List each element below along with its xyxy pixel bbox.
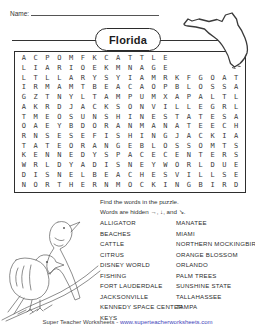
grid-cell[interactable]: N — [124, 161, 136, 171]
grid-cell[interactable]: E — [42, 112, 54, 122]
grid-cell[interactable]: L — [18, 64, 30, 74]
grid-cell[interactable]: E — [207, 151, 219, 161]
grid-cell[interactable]: O — [159, 141, 171, 151]
grid-cell[interactable]: D — [77, 151, 89, 161]
grid-cell[interactable]: A — [183, 112, 195, 122]
grid-cell[interactable]: N — [183, 151, 195, 161]
grid-cell[interactable]: K — [30, 103, 42, 113]
grid-cell[interactable]: O — [148, 83, 160, 93]
grid-cell[interactable]: N — [42, 151, 54, 161]
grid-cell[interactable]: T — [195, 112, 207, 122]
grid-cell[interactable]: C — [218, 122, 230, 132]
word-list-item: ALLIGATOR — [100, 218, 174, 229]
grid-cell[interactable]: E — [136, 161, 148, 171]
grid-cell[interactable]: A — [195, 93, 207, 103]
grid-cell[interactable]: O — [77, 64, 89, 74]
grid-cell[interactable]: A — [136, 83, 148, 93]
grid-cell[interactable]: E — [230, 171, 242, 181]
word-list-item: FORT LAUDERDALE — [100, 281, 174, 292]
grid-cell[interactable]: I — [101, 132, 113, 142]
grid-cell[interactable]: M — [65, 83, 77, 93]
puzzle-title-text: Florida — [109, 34, 147, 46]
grid-cell[interactable]: G — [112, 141, 124, 151]
grid-cell[interactable]: L — [148, 54, 160, 64]
grid-cell[interactable]: M — [112, 93, 124, 103]
grid-cell[interactable]: M — [207, 141, 219, 151]
footer-url[interactable]: www.superteacherworksheets.com — [120, 319, 213, 325]
grid-cell[interactable]: N — [89, 112, 101, 122]
name-blank-line[interactable] — [31, 9, 159, 16]
grid-cell[interactable]: A — [101, 93, 113, 103]
name-row: Name: — [10, 9, 159, 17]
grid-cell[interactable]: L — [230, 93, 242, 103]
grid-cell[interactable]: F — [183, 73, 195, 83]
grid-cell[interactable]: T — [183, 122, 195, 132]
grid-cell[interactable]: E — [171, 151, 183, 161]
word-list-item: CATTLE — [100, 239, 174, 250]
grid-cell[interactable]: F — [89, 132, 101, 142]
grid-cell[interactable]: B — [136, 141, 148, 151]
grid-cell[interactable]: E — [230, 161, 242, 171]
grid-cell[interactable]: E — [101, 83, 113, 93]
grid-cell[interactable]: R — [30, 83, 42, 93]
grid-cell[interactable]: L — [230, 103, 242, 113]
grid-cell[interactable]: S — [101, 73, 113, 83]
grid-cell[interactable]: K — [89, 54, 101, 64]
word-list-item: ORANGE BLOSSOM — [176, 250, 254, 261]
grid-cell[interactable]: A — [148, 122, 160, 132]
grid-cell[interactable]: S — [65, 132, 77, 142]
grid-cell[interactable]: E — [77, 180, 89, 190]
grid-cell[interactable]: T — [218, 93, 230, 103]
grid-cell[interactable]: T — [218, 141, 230, 151]
grid-cell[interactable]: T — [89, 93, 101, 103]
grid-cell[interactable]: T — [18, 141, 30, 151]
worksheet-page: Name: Florida ACPOMFKCATTLELIARIOEKMNAGE… — [0, 0, 255, 330]
grid-cell[interactable]: P — [159, 83, 171, 93]
grid-cell[interactable]: S — [159, 112, 171, 122]
grid-cell[interactable]: K — [207, 132, 219, 142]
grid-cell[interactable]: L — [207, 93, 219, 103]
word-list-item: CITRUS — [100, 250, 174, 261]
grid-cell[interactable]: R — [218, 151, 230, 161]
grid-cell[interactable]: Y — [53, 122, 65, 132]
grid-cell[interactable]: Y — [112, 73, 124, 83]
grid-cell[interactable]: N — [53, 171, 65, 181]
grid-cell[interactable]: P — [112, 151, 124, 161]
word-search-grid[interactable]: ACPOMFKCATTLELIARIOEKMNAGELTLLARYSYIAMRK… — [14, 51, 246, 193]
grid-cell[interactable]: K — [171, 73, 183, 83]
grid-cell[interactable]: R — [42, 103, 54, 113]
grid-cell[interactable]: R — [218, 103, 230, 113]
grid-cell[interactable]: V — [148, 103, 160, 113]
grid-cell[interactable]: R — [101, 122, 113, 132]
grid-cell[interactable]: T — [136, 54, 148, 64]
grid-cell[interactable]: C — [159, 151, 171, 161]
grid-cell[interactable]: S — [42, 132, 54, 142]
grid-cell[interactable]: D — [77, 122, 89, 132]
grid-cell[interactable]: Y — [65, 93, 77, 103]
grid-cell[interactable]: F — [77, 54, 89, 64]
grid-cell[interactable]: O — [124, 103, 136, 113]
instructions: Find the words in the puzzle. Words are … — [100, 197, 186, 216]
grid-cell[interactable]: D — [207, 161, 219, 171]
grid-cell[interactable]: S — [171, 141, 183, 151]
grid-cell[interactable]: E — [89, 64, 101, 74]
grid-cell[interactable]: L — [207, 171, 219, 181]
grid-cell[interactable]: A — [171, 122, 183, 132]
grid-cell[interactable]: D — [53, 161, 65, 171]
grid-cell[interactable]: Z — [30, 93, 42, 103]
grid-cell[interactable]: M — [42, 83, 54, 93]
grid-cell[interactable]: D — [18, 171, 30, 181]
grid-cell[interactable]: A — [183, 132, 195, 142]
grid-cell[interactable]: A — [30, 122, 42, 132]
grid-cell[interactable]: I — [218, 132, 230, 142]
instructions-line2: Words are hidden →, ↓, and ↘. — [100, 207, 186, 217]
grid-cell[interactable]: T — [42, 141, 54, 151]
grid-cell[interactable]: I — [159, 180, 171, 190]
grid-cell[interactable]: O — [171, 161, 183, 171]
grid-cell[interactable]: S — [183, 141, 195, 151]
grid-cell[interactable]: C — [124, 171, 136, 181]
grid-cell[interactable]: Y — [89, 73, 101, 83]
grid-cell[interactable]: E — [195, 122, 207, 132]
grid-cell[interactable]: N — [136, 112, 148, 122]
name-label: Name: — [10, 10, 29, 17]
grid-cell[interactable]: P — [183, 93, 195, 103]
grid-cell[interactable]: E — [148, 151, 160, 161]
grid-cell[interactable]: S — [218, 171, 230, 181]
grid-cell[interactable]: L — [42, 161, 54, 171]
grid-cell[interactable]: S — [42, 171, 54, 181]
grid-cell[interactable]: E — [159, 54, 171, 64]
grid-cell[interactable]: N — [53, 93, 65, 103]
grid-cell[interactable]: P — [124, 93, 136, 103]
grid-cell[interactable]: A — [53, 83, 65, 93]
grid-cell[interactable]: A — [136, 73, 148, 83]
grid-cell[interactable]: N — [53, 151, 65, 161]
word-list-item: NORTHERN MOCKINGBIRD — [176, 239, 254, 250]
grid-cell[interactable]: A — [230, 83, 242, 93]
grid-cell[interactable]: A — [112, 83, 124, 93]
grid-cell[interactable]: B — [195, 180, 207, 190]
grid-cell[interactable]: H — [136, 171, 148, 181]
grid-cell[interactable]: U — [218, 161, 230, 171]
word-list-item: DISNEY WORLD — [100, 260, 174, 271]
grid-cell[interactable]: L — [42, 73, 54, 83]
grid-cell[interactable]: A — [136, 64, 148, 74]
grid-cell[interactable]: O — [18, 122, 30, 132]
grid-cell[interactable]: M — [148, 93, 160, 103]
grid-cell[interactable]: W — [159, 161, 171, 171]
grid-cell[interactable]: A — [89, 141, 101, 151]
grid-cell[interactable]: R — [30, 161, 42, 171]
grid-cell[interactable]: S — [101, 151, 113, 161]
grid-cell[interactable]: C — [136, 180, 148, 190]
grid-cell[interactable]: D — [89, 161, 101, 171]
grid-cell[interactable]: R — [42, 180, 54, 190]
grid-cell[interactable]: T — [124, 54, 136, 64]
grid-cell[interactable]: N — [148, 132, 160, 142]
grid-cell[interactable]: S — [230, 151, 242, 161]
grid-cell[interactable]: N — [101, 141, 113, 151]
grid-cell[interactable]: L — [77, 171, 89, 181]
grid-cell[interactable]: A — [112, 54, 124, 64]
grid-cell[interactable]: A — [77, 161, 89, 171]
grid-cell[interactable]: M — [112, 180, 124, 190]
grid-cell[interactable]: B — [89, 171, 101, 181]
grid-cell[interactable]: S — [218, 112, 230, 122]
grid-cell[interactable]: M — [148, 73, 160, 83]
grid-cell[interactable]: A — [30, 141, 42, 151]
grid-cell[interactable]: S — [112, 103, 124, 113]
grid-cell[interactable]: O — [30, 180, 42, 190]
grid-cell[interactable]: U — [77, 112, 89, 122]
grid-cell[interactable]: A — [42, 64, 54, 74]
grid-cell[interactable]: I — [124, 112, 136, 122]
grid-cell[interactable]: E — [195, 103, 207, 113]
grid-cell[interactable]: A — [124, 151, 136, 161]
grid-cell[interactable]: R — [77, 73, 89, 83]
grid-cell[interactable]: S — [207, 83, 219, 93]
grid-cell[interactable]: H — [112, 112, 124, 122]
grid-cell[interactable]: L — [183, 103, 195, 113]
grid-cell[interactable]: N — [136, 103, 148, 113]
grid-cell[interactable]: E — [42, 122, 54, 132]
grid-cell[interactable]: H — [124, 132, 136, 142]
grid-cell[interactable]: M — [65, 54, 77, 64]
grid-cell[interactable]: L — [148, 141, 160, 151]
grid-cell[interactable]: Y — [89, 151, 101, 161]
grid-cell[interactable]: A — [230, 112, 242, 122]
grid-cell[interactable]: D — [230, 180, 242, 190]
grid-cell[interactable]: R — [53, 64, 65, 74]
grid-cell[interactable]: T — [195, 151, 207, 161]
grid-cell[interactable]: L — [18, 73, 30, 83]
grid-cell[interactable]: E — [159, 64, 171, 74]
grid-cell[interactable]: J — [171, 132, 183, 142]
grid-cell[interactable]: R — [18, 132, 30, 142]
grid-cell[interactable]: E — [124, 141, 136, 151]
grid-cell[interactable]: X — [159, 93, 171, 103]
mockingbird-illustration-icon — [0, 208, 106, 322]
grid-cell[interactable]: Y — [65, 161, 77, 171]
grid-cell[interactable]: A — [112, 171, 124, 181]
grid-cell[interactable]: T — [18, 112, 30, 122]
grid-cell[interactable]: T — [53, 180, 65, 190]
grid-cell[interactable]: C — [136, 151, 148, 161]
grid-cell[interactable]: U — [136, 93, 148, 103]
grid-cell[interactable]: A — [218, 73, 230, 83]
grid-cell[interactable]: B — [171, 83, 183, 93]
grid-cell[interactable]: K — [18, 151, 30, 161]
grid-cell[interactable]: I — [136, 132, 148, 142]
grid-cell[interactable]: S — [218, 83, 230, 93]
grid-cell[interactable]: C — [195, 132, 207, 142]
grid-cell[interactable]: H — [65, 180, 77, 190]
grid-cell[interactable]: I — [183, 171, 195, 181]
grid-cell[interactable]: J — [65, 103, 77, 113]
grid-cell[interactable]: B — [89, 83, 101, 93]
puzzle-title: Florida — [95, 28, 161, 51]
grid-cell[interactable]: E — [77, 132, 89, 142]
grid-cell[interactable]: O — [124, 180, 136, 190]
grid-cell[interactable]: O — [207, 73, 219, 83]
grid-cell[interactable]: I — [65, 64, 77, 74]
grid-cell[interactable]: N — [124, 122, 136, 132]
grid-cell[interactable]: E — [53, 132, 65, 142]
grid-cell[interactable]: R — [218, 180, 230, 190]
grid-cell[interactable]: O — [53, 112, 65, 122]
word-list-column-2: MANATEEMIAMINORTHERN MOCKINGBIRDORANGE B… — [176, 218, 254, 313]
word-list-item: SUNSHINE STATE — [176, 281, 254, 292]
grid-cell[interactable]: K — [101, 64, 113, 74]
grid-cell[interactable]: A — [77, 103, 89, 113]
grid-cell[interactable]: H — [230, 122, 242, 132]
grid-cell[interactable]: E — [148, 171, 160, 181]
grid-cell[interactable]: A — [18, 103, 30, 113]
grid-cell[interactable]: I — [207, 180, 219, 190]
grid-cell[interactable]: A — [230, 132, 242, 142]
florida-map-icon — [182, 11, 254, 69]
grid-cell[interactable]: T — [42, 93, 54, 103]
grid-cell[interactable]: E — [53, 141, 65, 151]
grid-cell[interactable]: B — [65, 122, 77, 132]
grid-cell[interactable]: O — [195, 83, 207, 93]
grid-cell[interactable]: E — [65, 171, 77, 181]
grid-cell[interactable]: E — [207, 112, 219, 122]
grid-cell[interactable]: N — [101, 180, 113, 190]
grid-cell[interactable]: G — [183, 180, 195, 190]
grid-cell[interactable]: E — [207, 122, 219, 132]
grid-cell[interactable]: E — [65, 151, 77, 161]
grid-cell[interactable]: N — [159, 122, 171, 132]
grid-cell[interactable]: C — [124, 83, 136, 93]
grid-cell[interactable]: S — [112, 132, 124, 142]
grid-cell[interactable]: K — [101, 103, 113, 113]
grid-cell[interactable]: O — [53, 54, 65, 64]
grid-cell[interactable]: D — [53, 103, 65, 113]
word-list-item: TALLAHASSEE — [176, 292, 254, 303]
grid-cell[interactable]: O — [89, 122, 101, 132]
grid-cell[interactable]: K — [148, 180, 160, 190]
grid-cell[interactable]: A — [18, 54, 30, 64]
grid-cell[interactable]: W — [18, 161, 30, 171]
grid-cell[interactable]: L — [183, 83, 195, 93]
grid-cell[interactable]: I — [18, 83, 30, 93]
grid-cell[interactable]: N — [124, 64, 136, 74]
grid-cell[interactable]: G — [207, 103, 219, 113]
grid-cell[interactable]: P — [42, 54, 54, 64]
grid-cell[interactable]: R — [77, 141, 89, 151]
grid-cell[interactable]: S — [112, 161, 124, 171]
grid-cell[interactable]: E — [30, 151, 42, 161]
grid-cell[interactable]: A — [65, 73, 77, 83]
grid-cell[interactable]: N — [18, 180, 30, 190]
grid-cell[interactable]: S — [230, 141, 242, 151]
grid-cell[interactable]: I — [30, 64, 42, 74]
grid-cell[interactable]: L — [77, 93, 89, 103]
grid-cell[interactable]: T — [171, 112, 183, 122]
grid-cell[interactable]: A — [171, 93, 183, 103]
grid-cell[interactable]: S — [101, 112, 113, 122]
grid-cell[interactable]: I — [159, 103, 171, 113]
grid-cell[interactable]: N — [171, 180, 183, 190]
word-list-item: ORLANDO — [176, 260, 254, 271]
grid-cell[interactable]: T — [230, 73, 242, 83]
word-list-item: MANATEE — [176, 218, 254, 229]
grid-cell[interactable]: G — [159, 132, 171, 142]
grid-cell[interactable]: G — [18, 93, 30, 103]
grid-cell[interactable]: L — [171, 103, 183, 113]
word-list-item: JACKSONVILLE — [100, 292, 174, 303]
grid-cell[interactable]: L — [195, 171, 207, 181]
grid-cell[interactable]: T — [77, 83, 89, 93]
grid-cell[interactable]: R — [89, 180, 101, 190]
grid-cell[interactable]: O — [195, 141, 207, 151]
grid-cell[interactable]: M — [30, 112, 42, 122]
instructions-line1: Find the words in the puzzle. — [100, 197, 186, 207]
grid-cell[interactable]: V — [171, 171, 183, 181]
grid-cell[interactable]: R — [159, 73, 171, 83]
grid-cell[interactable]: G — [195, 73, 207, 83]
word-list-item: PALM TREES — [176, 271, 254, 282]
grid-cell[interactable]: C — [89, 103, 101, 113]
grid-cell[interactable]: M — [136, 122, 148, 132]
grid-cell[interactable]: C — [30, 54, 42, 64]
grid-cell[interactable]: E — [148, 112, 160, 122]
grid-cell[interactable]: I — [124, 73, 136, 83]
grid-cell[interactable]: G — [148, 64, 160, 74]
grid-cell[interactable]: T — [30, 73, 42, 83]
grid-cell[interactable]: A — [112, 122, 124, 132]
grid-cell[interactable]: M — [112, 64, 124, 74]
grid-cell[interactable]: L — [195, 161, 207, 171]
grid-cell[interactable]: Y — [148, 161, 160, 171]
word-list-item: KENNEDY SPACE CENTER — [100, 302, 174, 313]
grid-cell[interactable]: N — [30, 132, 42, 142]
word-list-column-1: ALLIGATORBEACHESCATTLECITRUSDISNEY WORLD… — [100, 218, 174, 323]
word-list-item: FISHING — [100, 271, 174, 282]
grid-cell[interactable]: I — [101, 161, 113, 171]
grid-cell[interactable]: O — [65, 141, 77, 151]
grid-cell[interactable]: C — [101, 54, 113, 64]
word-list-item: TAMPA — [176, 302, 254, 313]
grid-cell[interactable]: L — [53, 73, 65, 83]
grid-cell[interactable]: S — [159, 171, 171, 181]
grid-cell[interactable]: R — [183, 161, 195, 171]
grid-cell[interactable]: S — [65, 112, 77, 122]
word-list-item: MIAMI — [176, 229, 254, 240]
grid-cell[interactable]: I — [30, 171, 42, 181]
grid-cell[interactable]: E — [101, 171, 113, 181]
word-list-item: BEACHES — [100, 229, 174, 240]
